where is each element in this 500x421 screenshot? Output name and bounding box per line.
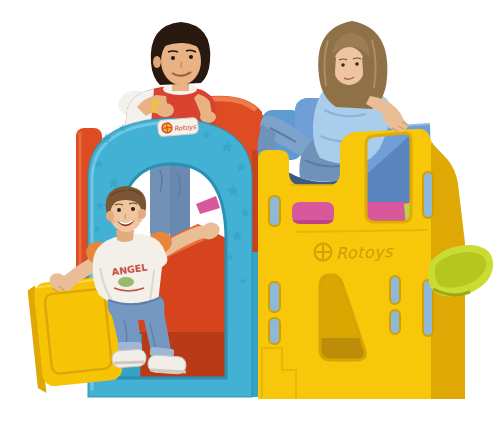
- girl-eye-left: [341, 63, 345, 67]
- boy-hand-left: [156, 103, 174, 117]
- product-photo: Rotoys Rotoys: [0, 0, 500, 421]
- toddler-sneaker-left: [111, 349, 146, 368]
- toddler-eye-right: [131, 207, 135, 211]
- arch-logo-sticker: Rotoys: [157, 117, 198, 136]
- boy-eye-right: [189, 55, 193, 59]
- wall-logo: Rotoys: [315, 242, 395, 263]
- toddler-blush-right: [137, 216, 143, 222]
- ladder-slot: [269, 318, 280, 344]
- ladder-slot: [390, 310, 400, 334]
- boy-hand-right: [200, 111, 216, 123]
- play-gym-scene: Rotoys Rotoys: [0, 0, 500, 421]
- ladder-slot: [390, 276, 400, 304]
- ladder-slot: [269, 196, 280, 226]
- wall-logo-text: Rotoys: [335, 242, 394, 263]
- ladder-slot: [269, 282, 280, 312]
- girl-eye-right: [355, 62, 359, 66]
- shirt-graphic-green: [118, 277, 134, 287]
- boy-ear: [153, 56, 161, 68]
- toddler-eye-left: [117, 208, 121, 212]
- toddler-blush-left: [109, 218, 115, 224]
- ladder-slot: [423, 172, 433, 218]
- boy-eye-left: [171, 56, 175, 60]
